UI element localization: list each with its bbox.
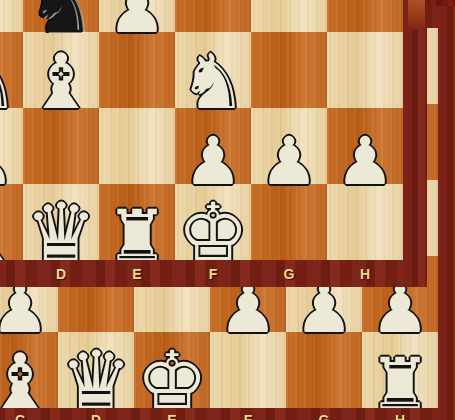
chess-app-screen: ♟♟♟♟♝♛♚♜CDEFGH ♞♟♞♝♞♟♟♟♟♝♛♜♚CDEFGH (0, 0, 455, 420)
file-label-h: H (327, 266, 403, 282)
square-d1[interactable]: ♛ (23, 184, 99, 260)
file-label-c: C (0, 412, 58, 420)
square-e1[interactable]: ♚ (134, 332, 210, 408)
square-c1[interactable]: ♝ (0, 332, 58, 408)
white-pawn-f2[interactable]: ♟ (183, 129, 242, 195)
file-label-f: F (210, 412, 286, 420)
file-label-e: E (134, 412, 210, 420)
file-label-d: D (58, 412, 134, 420)
square-e4[interactable]: ♟ (99, 0, 175, 32)
square-h1[interactable]: ♜ (362, 332, 438, 408)
square-f1[interactable]: ♚ (175, 184, 251, 260)
white-pawn-c2[interactable]: ♟ (0, 129, 15, 195)
square-e1[interactable]: ♜ (99, 184, 175, 260)
square-d1[interactable]: ♛ (58, 332, 134, 408)
file-label-g: G (251, 266, 327, 282)
square-d4[interactable]: ♞ (23, 0, 99, 32)
white-pawn-g2[interactable]: ♟ (259, 129, 318, 195)
square-h3[interactable] (327, 32, 403, 108)
square-c3[interactable]: ♞ (0, 32, 23, 108)
white-knight-c3[interactable]: ♞ (0, 44, 19, 120)
frame-grain-accent (408, 0, 425, 30)
file-label-strip: CDEFGH (0, 260, 427, 287)
file-label-strip: CDEFGH (0, 408, 455, 420)
file-label-f: F (175, 266, 251, 282)
file-label-h: H (362, 412, 438, 420)
white-pawn-h2[interactable]: ♟ (335, 129, 394, 195)
file-label-e: E (99, 266, 175, 282)
file-label-c: C (0, 266, 23, 282)
square-d3[interactable]: ♝ (23, 32, 99, 108)
white-bishop-d3[interactable]: ♝ (27, 44, 95, 120)
square-h4[interactable] (327, 0, 403, 32)
white-pawn-e4[interactable]: ♟ (107, 0, 166, 43)
board-squares: ♞♟♞♝♞♟♟♟♟♝♛♜♚ (0, 0, 403, 260)
file-label-d: D (23, 266, 99, 282)
square-g2[interactable]: ♟ (251, 108, 327, 184)
white-knight-f3[interactable]: ♞ (179, 44, 247, 120)
square-e2[interactable] (99, 108, 175, 184)
square-g4[interactable] (251, 0, 327, 32)
board-border-right (438, 6, 455, 420)
square-g3[interactable] (251, 32, 327, 108)
square-c4[interactable] (0, 0, 23, 32)
square-h2[interactable]: ♟ (327, 108, 403, 184)
file-label-g: G (286, 412, 362, 420)
square-f3[interactable]: ♞ (175, 32, 251, 108)
board-border-right (403, 0, 427, 287)
square-f4[interactable] (175, 0, 251, 32)
square-c1[interactable]: ♝ (0, 184, 23, 260)
main-board-zoomed: ♞♟♞♝♞♟♟♟♟♝♛♜♚CDEFGH (0, 0, 427, 287)
